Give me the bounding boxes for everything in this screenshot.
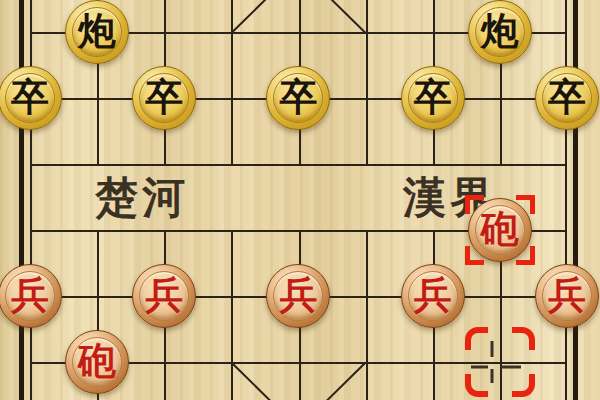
piece-glyph: 砲 — [78, 342, 116, 380]
red-soldier-file5-rank7[interactable]: 兵 — [266, 264, 330, 328]
target-square-marker-corner-br — [512, 374, 535, 397]
piece-glyph: 兵 — [279, 276, 317, 314]
target-square-marker-corner-tl — [465, 327, 488, 350]
black-soldier-file7-rank4[interactable]: 卒 — [401, 66, 465, 130]
piece-layer: 炮炮卒卒卒卒卒砲兵兵兵兵兵砲 — [0, 0, 600, 400]
piece-glyph: 卒 — [11, 78, 49, 116]
piece-glyph: 卒 — [414, 78, 452, 116]
black-cannon-file2-rank3[interactable]: 炮 — [65, 0, 129, 64]
red-soldier-file9-rank7[interactable]: 兵 — [535, 264, 599, 328]
red-cannon-file8-rank6[interactable]: 砲 — [468, 198, 532, 262]
piece-glyph: 砲 — [481, 210, 519, 248]
red-soldier-file7-rank7[interactable]: 兵 — [401, 264, 465, 328]
target-square-marker-corner-bl — [465, 374, 488, 397]
piece-glyph: 卒 — [279, 78, 317, 116]
piece-glyph: 卒 — [548, 78, 586, 116]
black-cannon-file8-rank3[interactable]: 炮 — [468, 0, 532, 64]
red-soldier-file3-rank7[interactable]: 兵 — [132, 264, 196, 328]
piece-glyph: 兵 — [11, 276, 49, 314]
black-soldier-file1-rank4[interactable]: 卒 — [0, 66, 62, 130]
piece-glyph: 炮 — [481, 12, 519, 50]
black-soldier-file9-rank4[interactable]: 卒 — [535, 66, 599, 130]
black-soldier-file5-rank4[interactable]: 卒 — [266, 66, 330, 130]
xiangqi-game-screen: { "game": "xiangqi (Chinese chess)", "vi… — [0, 0, 600, 400]
piece-glyph: 兵 — [145, 276, 183, 314]
piece-glyph: 卒 — [145, 78, 183, 116]
black-soldier-file3-rank4[interactable]: 卒 — [132, 66, 196, 130]
target-square-marker-corner-tr — [512, 327, 535, 350]
red-cannon-file2-rank8[interactable]: 砲 — [65, 330, 129, 394]
piece-glyph: 兵 — [548, 276, 586, 314]
board: 楚河 漢界 炮炮卒卒卒卒卒砲兵兵兵兵兵砲 — [0, 0, 600, 400]
piece-glyph: 兵 — [414, 276, 452, 314]
piece-glyph: 炮 — [78, 12, 116, 50]
target-square-marker — [465, 327, 535, 397]
red-soldier-file1-rank7[interactable]: 兵 — [0, 264, 62, 328]
